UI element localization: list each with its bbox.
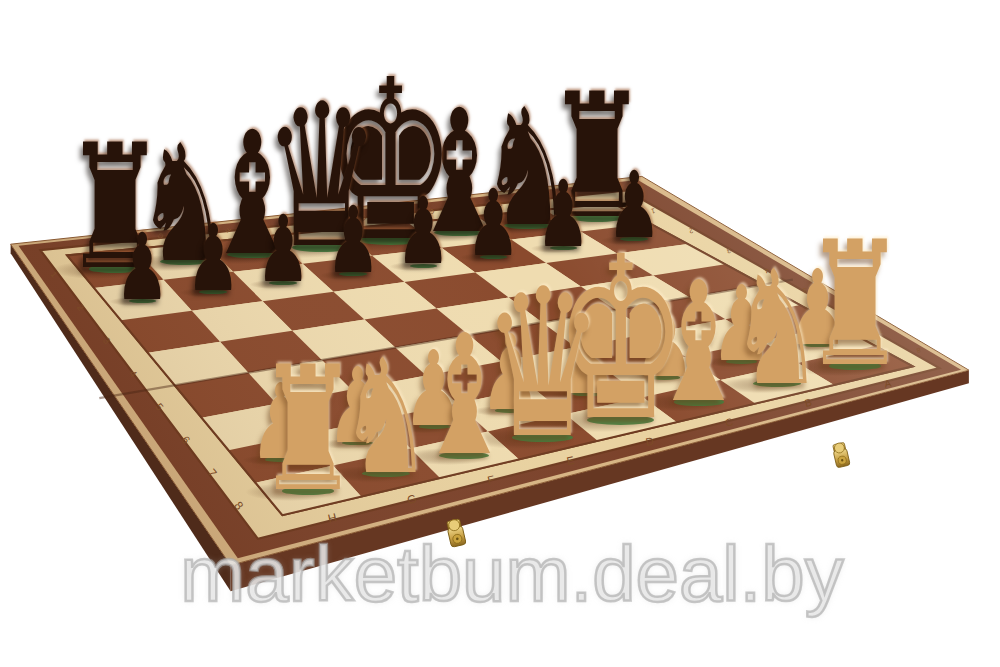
product-photo: 12345678ABCDEFGH12345678ABCDEFGH ♜♞♝♟♚♛♟…	[0, 0, 1000, 667]
brass-clasp-right	[832, 442, 851, 468]
chess-board: 12345678ABCDEFGH12345678ABCDEFGH	[0, 0, 1000, 667]
